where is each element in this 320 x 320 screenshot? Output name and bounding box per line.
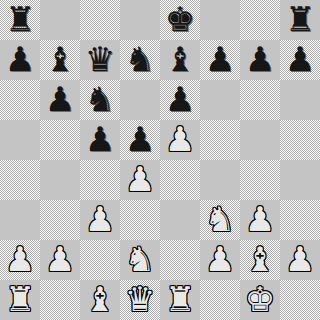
square-f4[interactable]: [200, 160, 240, 200]
square-d3[interactable]: [120, 200, 160, 240]
piece-white-queen-d1[interactable]: ♛: [125, 280, 155, 319]
square-e6[interactable]: ♟: [160, 80, 200, 120]
piece-black-knight-c6[interactable]: ♞: [85, 80, 115, 119]
piece-white-pawn-e5[interactable]: ♟: [165, 120, 195, 159]
square-e8[interactable]: ♚: [160, 0, 200, 40]
piece-white-pawn-d4[interactable]: ♟: [125, 160, 155, 199]
piece-black-pawn-a7[interactable]: ♟: [5, 40, 35, 79]
square-b8[interactable]: [40, 0, 80, 40]
square-f7[interactable]: ♟: [200, 40, 240, 80]
square-c2[interactable]: [80, 240, 120, 280]
piece-black-rook-a8[interactable]: ♜: [5, 0, 35, 39]
square-f5[interactable]: [200, 120, 240, 160]
piece-black-rook-h8[interactable]: ♜: [285, 0, 315, 39]
square-h8[interactable]: ♜: [280, 0, 320, 40]
piece-white-pawn-b2[interactable]: ♟: [45, 240, 75, 279]
square-c7[interactable]: ♛: [80, 40, 120, 80]
square-f6[interactable]: [200, 80, 240, 120]
square-e7[interactable]: ♝: [160, 40, 200, 80]
square-a8[interactable]: ♜: [0, 0, 40, 40]
piece-white-king-g1[interactable]: ♚: [245, 280, 275, 319]
square-b3[interactable]: [40, 200, 80, 240]
square-d4[interactable]: ♟: [120, 160, 160, 200]
square-d2[interactable]: ♞: [120, 240, 160, 280]
piece-white-rook-e1[interactable]: ♜: [165, 280, 195, 319]
square-a5[interactable]: [0, 120, 40, 160]
piece-white-rook-a1[interactable]: ♜: [5, 280, 35, 319]
square-c5[interactable]: ♟: [80, 120, 120, 160]
square-d5[interactable]: ♟: [120, 120, 160, 160]
piece-black-pawn-h7[interactable]: ♟: [285, 40, 315, 79]
piece-black-bishop-e7[interactable]: ♝: [165, 40, 195, 79]
square-d1[interactable]: ♛: [120, 280, 160, 320]
square-f8[interactable]: [200, 0, 240, 40]
piece-black-pawn-g7[interactable]: ♟: [245, 40, 275, 79]
square-h6[interactable]: [280, 80, 320, 120]
square-g6[interactable]: [240, 80, 280, 120]
square-f3[interactable]: ♞: [200, 200, 240, 240]
square-h3[interactable]: [280, 200, 320, 240]
piece-white-bishop-c1[interactable]: ♝: [85, 280, 115, 319]
piece-black-pawn-b6[interactable]: ♟: [45, 80, 75, 119]
square-a1[interactable]: ♜: [0, 280, 40, 320]
square-c8[interactable]: [80, 0, 120, 40]
square-g5[interactable]: [240, 120, 280, 160]
square-d8[interactable]: [120, 0, 160, 40]
square-b7[interactable]: ♝: [40, 40, 80, 80]
square-b2[interactable]: ♟: [40, 240, 80, 280]
piece-black-pawn-e6[interactable]: ♟: [165, 80, 195, 119]
square-c1[interactable]: ♝: [80, 280, 120, 320]
square-a6[interactable]: [0, 80, 40, 120]
square-g1[interactable]: ♚: [240, 280, 280, 320]
square-f1[interactable]: [200, 280, 240, 320]
piece-black-pawn-d5[interactable]: ♟: [125, 120, 155, 159]
square-h5[interactable]: [280, 120, 320, 160]
square-a2[interactable]: ♟: [0, 240, 40, 280]
piece-white-pawn-f2[interactable]: ♟: [205, 240, 235, 279]
piece-black-king-e8[interactable]: ♚: [165, 0, 195, 39]
square-d6[interactable]: [120, 80, 160, 120]
square-a4[interactable]: [0, 160, 40, 200]
square-a3[interactable]: [0, 200, 40, 240]
square-e5[interactable]: ♟: [160, 120, 200, 160]
piece-black-queen-c7[interactable]: ♛: [85, 40, 115, 79]
square-g2[interactable]: ♝: [240, 240, 280, 280]
square-c4[interactable]: [80, 160, 120, 200]
square-e1[interactable]: ♜: [160, 280, 200, 320]
piece-black-bishop-b7[interactable]: ♝: [45, 40, 75, 79]
piece-black-knight-d7[interactable]: ♞: [125, 40, 155, 79]
square-h7[interactable]: ♟: [280, 40, 320, 80]
square-e3[interactable]: [160, 200, 200, 240]
piece-white-bishop-g2[interactable]: ♝: [245, 240, 275, 279]
piece-white-knight-f3[interactable]: ♞: [205, 200, 235, 239]
square-b6[interactable]: ♟: [40, 80, 80, 120]
square-f2[interactable]: ♟: [200, 240, 240, 280]
square-d7[interactable]: ♞: [120, 40, 160, 80]
piece-white-pawn-a2[interactable]: ♟: [5, 240, 35, 279]
piece-white-knight-d2[interactable]: ♞: [125, 240, 155, 279]
square-g7[interactable]: ♟: [240, 40, 280, 80]
square-h2[interactable]: ♟: [280, 240, 320, 280]
piece-white-pawn-c3[interactable]: ♟: [85, 200, 115, 239]
piece-white-pawn-h2[interactable]: ♟: [285, 240, 315, 279]
piece-black-pawn-f7[interactable]: ♟: [205, 40, 235, 79]
square-e4[interactable]: [160, 160, 200, 200]
square-h4[interactable]: [280, 160, 320, 200]
square-b1[interactable]: [40, 280, 80, 320]
square-b5[interactable]: [40, 120, 80, 160]
square-b4[interactable]: [40, 160, 80, 200]
square-g4[interactable]: [240, 160, 280, 200]
square-a7[interactable]: ♟: [0, 40, 40, 80]
square-c6[interactable]: ♞: [80, 80, 120, 120]
square-e2[interactable]: [160, 240, 200, 280]
piece-black-pawn-c5[interactable]: ♟: [85, 120, 115, 159]
chess-board: ♜♚♜♟♝♛♞♝♟♟♟♟♞♟♟♟♟♟♟♞♟♟♟♞♟♝♟♜♝♛♜♚: [0, 0, 320, 320]
square-g8[interactable]: [240, 0, 280, 40]
square-g3[interactable]: ♟: [240, 200, 280, 240]
square-c3[interactable]: ♟: [80, 200, 120, 240]
square-h1[interactable]: [280, 280, 320, 320]
piece-white-pawn-g3[interactable]: ♟: [245, 200, 275, 239]
